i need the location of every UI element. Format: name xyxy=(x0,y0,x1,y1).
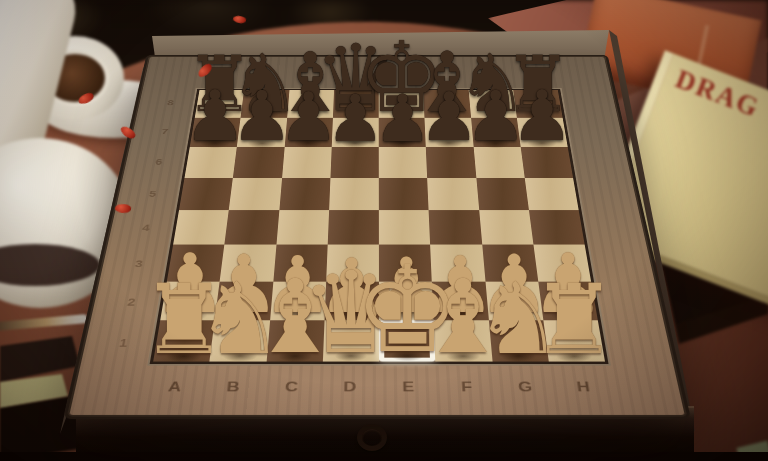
bottom-shadow xyxy=(0,452,768,461)
file-label-e: E xyxy=(379,379,438,395)
file-label-d: D xyxy=(320,379,379,395)
drawer-ring-pull[interactable] xyxy=(357,424,387,451)
rank-label-7: 7 xyxy=(151,127,178,136)
piece-white-rook-h1[interactable]: ♜ xyxy=(531,272,617,368)
square-e5[interactable] xyxy=(379,178,429,211)
rank-label-5: 5 xyxy=(138,189,167,199)
square-g5[interactable] xyxy=(476,178,529,211)
rank-label-1: 1 xyxy=(107,336,140,348)
square-f5[interactable] xyxy=(427,178,478,211)
square-a5[interactable] xyxy=(179,178,233,211)
file-label-f: F xyxy=(437,379,496,395)
file-label-c: C xyxy=(262,379,321,395)
square-h5[interactable] xyxy=(524,178,578,211)
square-d5[interactable] xyxy=(329,178,379,211)
square-c5[interactable] xyxy=(279,178,330,211)
rank-label-4: 4 xyxy=(131,222,161,232)
file-label-g: G xyxy=(495,379,555,395)
square-e4[interactable] xyxy=(379,210,431,244)
file-label-a: A xyxy=(144,379,205,395)
rank-label-8: 8 xyxy=(157,98,184,106)
piece-black-pawn-h7[interactable]: ♟ xyxy=(511,82,574,152)
file-label-h: H xyxy=(553,379,614,395)
square-b5[interactable] xyxy=(229,178,282,211)
game-scene: DRAG ABCDEFGH 87654321 ♜♞♝♛ xyxy=(0,0,768,461)
square-d4[interactable] xyxy=(327,210,378,244)
rank-label-6: 6 xyxy=(145,157,173,166)
file-label-b: B xyxy=(203,379,263,395)
